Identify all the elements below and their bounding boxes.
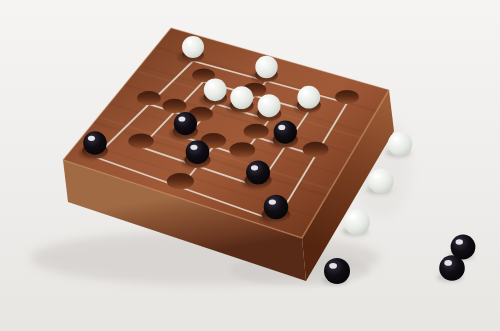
black-piece-c3[interactable] bbox=[174, 112, 197, 135]
black-piece-d2[interactable] bbox=[186, 140, 210, 164]
black-piece-g1[interactable] bbox=[264, 195, 289, 220]
point-a4[interactable] bbox=[137, 91, 161, 105]
specular-highlight bbox=[88, 136, 95, 141]
specular-highlight bbox=[303, 91, 308, 95]
specular-highlight bbox=[187, 41, 192, 45]
specular-highlight bbox=[269, 199, 276, 204]
point-g7[interactable] bbox=[335, 90, 359, 104]
point-b4[interactable] bbox=[162, 99, 186, 113]
black-piece[interactable] bbox=[439, 255, 465, 281]
black-piece-f4[interactable] bbox=[274, 120, 297, 143]
specular-highlight bbox=[251, 165, 258, 170]
specular-highlight bbox=[278, 125, 285, 130]
black-piece[interactable] bbox=[324, 258, 350, 284]
point-d1[interactable] bbox=[167, 173, 194, 189]
white-piece-a7[interactable] bbox=[182, 36, 204, 58]
specular-highlight bbox=[178, 116, 185, 121]
specular-highlight bbox=[236, 91, 241, 95]
black-piece-a1[interactable] bbox=[83, 131, 107, 155]
white-piece[interactable] bbox=[344, 209, 370, 235]
specular-highlight bbox=[261, 61, 266, 65]
white-piece-d5[interactable] bbox=[230, 86, 253, 109]
point-e4[interactable] bbox=[244, 124, 269, 139]
white-piece-d7[interactable] bbox=[255, 56, 277, 78]
specular-highlight bbox=[444, 260, 452, 266]
specular-highlight bbox=[263, 99, 268, 103]
specular-highlight bbox=[394, 137, 399, 141]
specular-highlight bbox=[350, 214, 356, 218]
point-g4[interactable] bbox=[303, 142, 329, 157]
black-piece-f2[interactable] bbox=[246, 161, 270, 185]
white-piece[interactable] bbox=[388, 132, 412, 156]
specular-highlight bbox=[190, 145, 197, 150]
specular-highlight bbox=[209, 83, 214, 87]
board-scene bbox=[0, 0, 500, 331]
specular-highlight bbox=[456, 239, 463, 244]
specular-highlight bbox=[374, 174, 380, 178]
point-b2[interactable] bbox=[128, 133, 153, 148]
game-photo bbox=[0, 0, 500, 331]
point-e3[interactable] bbox=[229, 142, 255, 158]
white-piece[interactable] bbox=[368, 168, 393, 193]
white-piece-f6[interactable] bbox=[297, 86, 320, 109]
specular-highlight bbox=[329, 263, 337, 269]
white-piece-c5[interactable] bbox=[204, 78, 227, 101]
white-piece-e5[interactable] bbox=[258, 94, 281, 117]
